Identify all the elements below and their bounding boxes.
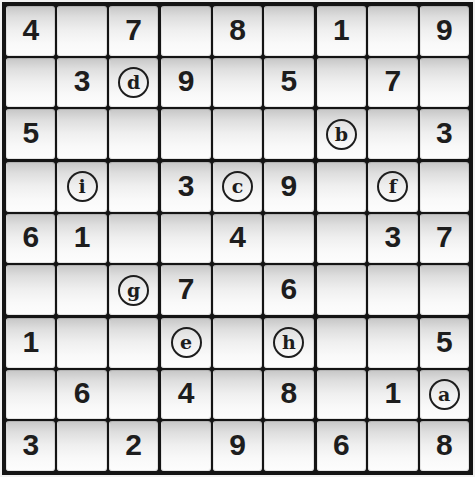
cell-r4c1[interactable] xyxy=(6,162,55,212)
given-digit: 6 xyxy=(74,378,91,408)
given-digit: 8 xyxy=(229,15,246,45)
given-digit: 7 xyxy=(436,222,453,252)
given-digit: 1 xyxy=(22,327,39,357)
cell-r1c5[interactable]: 8 xyxy=(213,6,262,56)
cell-r5c8[interactable]: 3 xyxy=(368,214,417,264)
cell-r2c3[interactable]: d xyxy=(109,58,158,108)
cell-r6c3[interactable]: g xyxy=(109,265,158,315)
cell-r2c5[interactable] xyxy=(213,58,262,108)
given-digit: 1 xyxy=(74,222,91,252)
sudoku-screen: 473d5895197b3i61g3c9476f371632eh48951a68 xyxy=(0,0,475,477)
cell-r5c1[interactable]: 6 xyxy=(6,214,55,264)
cell-r3c5[interactable] xyxy=(213,109,262,159)
cell-r4c5[interactable]: c xyxy=(213,162,262,212)
cell-r5c2[interactable]: 1 xyxy=(57,214,106,264)
given-digit: 7 xyxy=(384,66,401,96)
cell-r7c2[interactable] xyxy=(57,318,106,368)
box-2-1: i61g xyxy=(6,162,158,315)
given-digit: 6 xyxy=(333,430,350,460)
cell-r4c8[interactable]: f xyxy=(368,162,417,212)
cell-r7c7[interactable] xyxy=(317,318,366,368)
given-digit: 4 xyxy=(229,222,246,252)
cell-r5c5[interactable]: 4 xyxy=(213,214,262,264)
sudoku-board: 473d5895197b3i61g3c9476f371632eh48951a68 xyxy=(2,2,473,475)
cell-r4c3[interactable] xyxy=(109,162,158,212)
given-digit: 7 xyxy=(125,15,142,45)
cell-r4c4[interactable]: 3 xyxy=(161,162,210,212)
cell-r8c2[interactable]: 6 xyxy=(57,370,106,420)
cell-r5c6[interactable] xyxy=(264,214,313,264)
cell-r2c2[interactable]: 3 xyxy=(57,58,106,108)
cell-r8c3[interactable] xyxy=(109,370,158,420)
cell-r6c6[interactable]: 6 xyxy=(264,265,313,315)
cell-r1c3[interactable]: 7 xyxy=(109,6,158,56)
cell-r5c3[interactable] xyxy=(109,214,158,264)
cell-r3c7[interactable]: b xyxy=(317,109,366,159)
cell-r9c1[interactable]: 3 xyxy=(6,421,55,471)
cell-r1c2[interactable] xyxy=(57,6,106,56)
cell-r8c4[interactable]: 4 xyxy=(161,370,210,420)
given-digit: 3 xyxy=(384,222,401,252)
given-digit: 9 xyxy=(436,15,453,45)
cell-r8c8[interactable]: 1 xyxy=(368,370,417,420)
given-digit: 5 xyxy=(281,66,298,96)
circled-letter-a: a xyxy=(429,379,460,410)
cell-r8c9[interactable]: a xyxy=(420,370,469,420)
cell-r7c8[interactable] xyxy=(368,318,417,368)
cell-r1c9[interactable]: 9 xyxy=(420,6,469,56)
cell-r3c3[interactable] xyxy=(109,109,158,159)
cell-r6c8[interactable] xyxy=(368,265,417,315)
circled-letter-d: d xyxy=(118,67,149,98)
box-3-1: 1632 xyxy=(6,318,158,471)
box-1-1: 473d5 xyxy=(6,6,158,159)
cell-r3c6[interactable] xyxy=(264,109,313,159)
given-digit: 1 xyxy=(333,15,350,45)
cell-r3c9[interactable]: 3 xyxy=(420,109,469,159)
cell-r9c2[interactable] xyxy=(57,421,106,471)
given-digit: 3 xyxy=(178,171,195,201)
cell-r3c2[interactable] xyxy=(57,109,106,159)
cell-r9c3[interactable]: 2 xyxy=(109,421,158,471)
cell-r9c9[interactable]: 8 xyxy=(420,421,469,471)
cell-r2c9[interactable] xyxy=(420,58,469,108)
cell-r2c7[interactable] xyxy=(317,58,366,108)
box-1-2: 895 xyxy=(161,6,313,159)
cell-r6c2[interactable] xyxy=(57,265,106,315)
cell-r8c7[interactable] xyxy=(317,370,366,420)
given-digit: 3 xyxy=(436,118,453,148)
box-2-2: 3c9476 xyxy=(161,162,313,315)
cell-r6c5[interactable] xyxy=(213,265,262,315)
cell-r9c5[interactable]: 9 xyxy=(213,421,262,471)
cell-r4c6[interactable]: 9 xyxy=(264,162,313,212)
given-digit: 9 xyxy=(281,171,298,201)
box-3-2: eh489 xyxy=(161,318,313,471)
cell-r1c8[interactable] xyxy=(368,6,417,56)
cell-r2c8[interactable]: 7 xyxy=(368,58,417,108)
cell-r1c1[interactable]: 4 xyxy=(6,6,55,56)
cell-r3c8[interactable] xyxy=(368,109,417,159)
cell-r8c1[interactable] xyxy=(6,370,55,420)
given-digit: 7 xyxy=(178,274,195,304)
cell-r7c6[interactable]: h xyxy=(264,318,313,368)
cell-r4c7[interactable] xyxy=(317,162,366,212)
given-digit: 4 xyxy=(178,378,195,408)
circled-letter-f: f xyxy=(377,171,408,202)
cell-r8c6[interactable]: 8 xyxy=(264,370,313,420)
cell-r4c9[interactable] xyxy=(420,162,469,212)
cell-r8c5[interactable] xyxy=(213,370,262,420)
cell-r9c8[interactable] xyxy=(368,421,417,471)
cell-r1c4[interactable] xyxy=(161,6,210,56)
given-digit: 8 xyxy=(281,378,298,408)
cell-r7c5[interactable] xyxy=(213,318,262,368)
cell-r1c7[interactable]: 1 xyxy=(317,6,366,56)
cell-r7c4[interactable]: e xyxy=(161,318,210,368)
circled-letter-g: g xyxy=(118,275,149,306)
given-digit: 3 xyxy=(22,430,39,460)
circled-letter-e: e xyxy=(171,327,202,358)
cell-r5c4[interactable] xyxy=(161,214,210,264)
cell-r6c9[interactable] xyxy=(420,265,469,315)
cell-r9c6[interactable] xyxy=(264,421,313,471)
cell-r9c4[interactable] xyxy=(161,421,210,471)
cell-r7c1[interactable]: 1 xyxy=(6,318,55,368)
given-digit: 5 xyxy=(436,327,453,357)
box-1-3: 197b3 xyxy=(317,6,469,159)
given-digit: 2 xyxy=(125,430,142,460)
given-digit: 6 xyxy=(22,222,39,252)
given-digit: 8 xyxy=(436,430,453,460)
cell-r6c1[interactable] xyxy=(6,265,55,315)
given-digit: 1 xyxy=(384,378,401,408)
cell-r7c9[interactable]: 5 xyxy=(420,318,469,368)
cell-r1c6[interactable] xyxy=(264,6,313,56)
given-digit: 9 xyxy=(178,66,195,96)
cell-r3c4[interactable] xyxy=(161,109,210,159)
box-2-3: f37 xyxy=(317,162,469,315)
cell-r5c7[interactable] xyxy=(317,214,366,264)
given-digit: 5 xyxy=(22,118,39,148)
circled-letter-b: b xyxy=(326,119,357,150)
cell-r7c3[interactable] xyxy=(109,318,158,368)
box-3-3: 51a68 xyxy=(317,318,469,471)
cell-r2c1[interactable] xyxy=(6,58,55,108)
cell-r6c4[interactable]: 7 xyxy=(161,265,210,315)
cell-r2c4[interactable]: 9 xyxy=(161,58,210,108)
cell-r5c9[interactable]: 7 xyxy=(420,214,469,264)
circled-letter-c: c xyxy=(222,171,253,202)
given-digit: 3 xyxy=(74,66,91,96)
cell-r2c6[interactable]: 5 xyxy=(264,58,313,108)
cell-r3c1[interactable]: 5 xyxy=(6,109,55,159)
circled-letter-h: h xyxy=(273,327,304,358)
cell-r6c7[interactable] xyxy=(317,265,366,315)
given-digit: 4 xyxy=(22,15,39,45)
cell-r4c2[interactable]: i xyxy=(57,162,106,212)
cell-r9c7[interactable]: 6 xyxy=(317,421,366,471)
circled-letter-i: i xyxy=(67,171,98,202)
given-digit: 6 xyxy=(281,274,298,304)
given-digit: 9 xyxy=(229,430,246,460)
